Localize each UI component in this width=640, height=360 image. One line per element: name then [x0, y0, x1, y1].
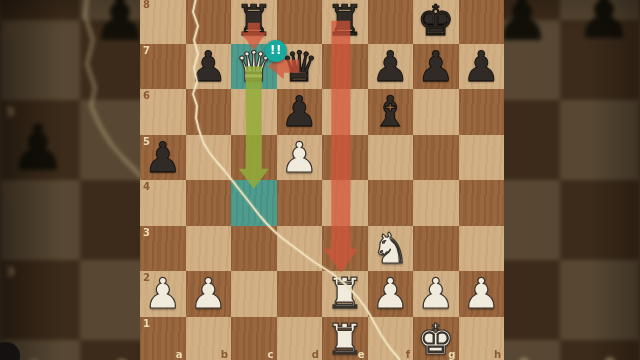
piece-white-pawn-g2[interactable]: ♟ [413, 271, 459, 317]
piece-white-pawn-b2[interactable]: ♟ [186, 271, 232, 317]
piece-white-pawn-h2[interactable]: ♟ [459, 271, 505, 317]
piece-white-knight-f3[interactable]: ♞ [368, 226, 414, 272]
square-h3[interactable] [459, 226, 505, 272]
square-c5[interactable] [231, 135, 277, 181]
square-d3[interactable] [277, 226, 323, 272]
piece-black-pawn-a5[interactable]: ♟ [140, 135, 186, 181]
square-b3[interactable] [186, 226, 232, 272]
square-e4[interactable] [322, 180, 368, 226]
file-label-f: f [406, 350, 410, 360]
file-label-b: b [221, 350, 228, 360]
file-label-h: h [494, 350, 501, 360]
rank-label-3: 3 [143, 228, 150, 238]
piece-black-king-g8[interactable]: ♚ [413, 0, 459, 44]
square-c2[interactable] [231, 271, 277, 317]
square-e3[interactable] [322, 226, 368, 272]
piece-black-rook-e8[interactable]: ♜ [322, 0, 368, 44]
square-a8[interactable]: 8 [140, 0, 186, 44]
square-a1[interactable]: 1a [140, 317, 186, 360]
square-d2[interactable] [277, 271, 323, 317]
square-h5[interactable] [459, 135, 505, 181]
square-h6[interactable] [459, 89, 505, 135]
piece-black-rook-c8[interactable]: ♜ [231, 0, 277, 44]
square-e7[interactable] [322, 44, 368, 90]
square-f1[interactable]: f [368, 317, 414, 360]
file-label-a: a [176, 350, 183, 360]
square-d8[interactable] [277, 0, 323, 44]
square-c1[interactable]: c [231, 317, 277, 360]
piece-white-rook-e2[interactable]: ♜ [322, 271, 368, 317]
piece-white-rook-e1[interactable]: ♜ [322, 317, 368, 360]
piece-black-pawn-d6[interactable]: ♟ [277, 89, 323, 135]
square-g5[interactable] [413, 135, 459, 181]
square-g4[interactable] [413, 180, 459, 226]
file-label-d: d [312, 350, 319, 360]
piece-white-king-g1[interactable]: ♚ [413, 317, 459, 360]
square-c6[interactable] [231, 89, 277, 135]
square-e5[interactable] [322, 135, 368, 181]
piece-black-pawn-g7[interactable]: ♟ [413, 44, 459, 90]
piece-black-pawn-f7[interactable]: ♟ [368, 44, 414, 90]
square-a7[interactable]: 7 [140, 44, 186, 90]
square-b4[interactable] [186, 180, 232, 226]
square-h8[interactable] [459, 0, 505, 44]
chess-board[interactable]: 87654321abcdefgh♜♜♚♟♛♛♟♟♟♟♝♟♟♞♟♟♜♟♟♟♜♚ [140, 0, 504, 360]
chess-video-frame: ♟♟♟♟♟♟♟♟ 65432 87654321abcdefgh♜♜♚♟♛♛♟♟♟… [0, 0, 640, 360]
square-b8[interactable] [186, 0, 232, 44]
piece-white-pawn-f2[interactable]: ♟ [368, 271, 414, 317]
rank-label-4: 4 [143, 182, 150, 192]
square-f8[interactable] [368, 0, 414, 44]
brilliant-move-badge-icon: !! [265, 40, 287, 62]
square-h1[interactable]: h [459, 317, 505, 360]
square-a3[interactable]: 3 [140, 226, 186, 272]
square-e6[interactable] [322, 89, 368, 135]
piece-white-pawn-d5[interactable]: ♟ [277, 135, 323, 181]
piece-black-bishop-f6[interactable]: ♝ [368, 89, 414, 135]
square-f4[interactable] [368, 180, 414, 226]
square-a6[interactable]: 6 [140, 89, 186, 135]
square-b6[interactable] [186, 89, 232, 135]
square-a4[interactable]: 4 [140, 180, 186, 226]
square-f5[interactable] [368, 135, 414, 181]
square-g6[interactable] [413, 89, 459, 135]
square-d4[interactable] [277, 180, 323, 226]
square-g3[interactable] [413, 226, 459, 272]
square-h4[interactable] [459, 180, 505, 226]
piece-black-pawn-h7[interactable]: ♟ [459, 44, 505, 90]
square-c4[interactable] [231, 180, 277, 226]
file-label-c: c [268, 350, 274, 360]
piece-white-pawn-a2[interactable]: ♟ [140, 271, 186, 317]
square-c3[interactable] [231, 226, 277, 272]
rank-label-6: 6 [143, 91, 150, 101]
rank-label-7: 7 [143, 46, 150, 56]
piece-black-pawn-b7[interactable]: ♟ [186, 44, 232, 90]
square-b5[interactable] [186, 135, 232, 181]
rank-label-1: 1 [143, 319, 150, 329]
square-d1[interactable]: d [277, 317, 323, 360]
rank-label-8: 8 [143, 0, 150, 10]
square-b1[interactable]: b [186, 317, 232, 360]
